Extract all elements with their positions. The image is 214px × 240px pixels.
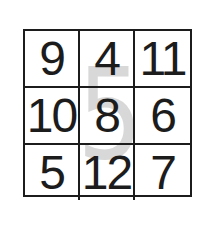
cell-r3c3: 7	[135, 145, 190, 200]
cell-r2c3: 6	[135, 88, 190, 145]
cell-r3c2: 12	[80, 145, 135, 200]
cell-r3c1: 5	[25, 145, 80, 200]
cell-r1c1: 9	[25, 31, 80, 88]
cell-r1c2: 4	[80, 31, 135, 88]
cell-r2c1: 10	[25, 88, 80, 145]
cell-r2c2: 8	[80, 88, 135, 145]
cell-r1c3: 11	[135, 31, 190, 88]
magic-square-grid: 9 4 11 10 8 6 5 12 7	[23, 29, 192, 197]
